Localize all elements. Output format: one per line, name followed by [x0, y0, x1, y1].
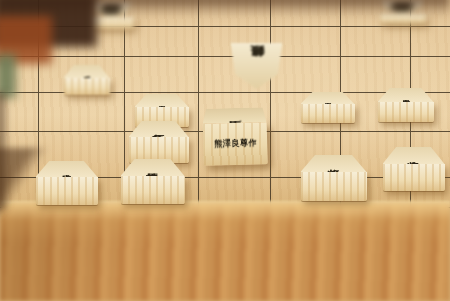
square-f2-r4[interactable]	[39, 93, 125, 132]
shogi-piece-gold[interactable]: 金将	[301, 155, 367, 201]
shogi-photo: 歩兵 銀将 歩兵 歩兵	[0, 0, 450, 301]
square-f4-r3[interactable]: 銀将	[199, 57, 271, 93]
shogi-piece-silver-opponent[interactable]: 銀将	[229, 43, 285, 89]
square-f3-r2[interactable]	[125, 27, 199, 57]
square-f4-r5[interactable]: 馬 熊澤良尊作	[199, 132, 271, 178]
square-f3-r3[interactable]	[125, 57, 199, 93]
board-front-face	[0, 203, 450, 301]
shogi-piece-knight[interactable]: 桂馬	[121, 159, 185, 204]
shogi-piece-bishop[interactable]: 角行	[129, 121, 189, 163]
shogi-piece-pawn[interactable]: 歩兵	[378, 88, 434, 122]
shogi-piece-pawn[interactable]: 歩兵	[301, 92, 355, 123]
square-f5-r4[interactable]: 歩兵	[271, 93, 341, 132]
maker-signature: 熊澤良尊作	[213, 137, 256, 150]
lying-piece-with-signature[interactable]: 馬 熊澤良尊作	[202, 107, 267, 166]
board-corner-shadow	[0, 148, 48, 218]
shogi-piece-gold[interactable]: 金将	[383, 147, 445, 191]
square-f6-r2[interactable]	[341, 27, 411, 57]
shogi-piece-pawn[interactable]: 歩兵	[64, 65, 110, 95]
square-f7-r2[interactable]	[411, 27, 450, 57]
